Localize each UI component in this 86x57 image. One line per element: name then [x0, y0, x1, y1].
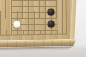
hoshi-point: [16, 18, 18, 20]
go-board: [0, 0, 86, 57]
hoshi-point: [33, 0, 35, 1]
white-stone-D3[interactable]: [13, 21, 20, 28]
photo-background: [0, 0, 86, 57]
board-grid[interactable]: [0, 0, 67, 36]
hoshi-point: [50, 17, 52, 19]
black-stone-K5[interactable]: [47, 8, 54, 15]
board-surface[interactable]: [0, 0, 76, 41]
black-stone-K3[interactable]: [48, 20, 55, 27]
